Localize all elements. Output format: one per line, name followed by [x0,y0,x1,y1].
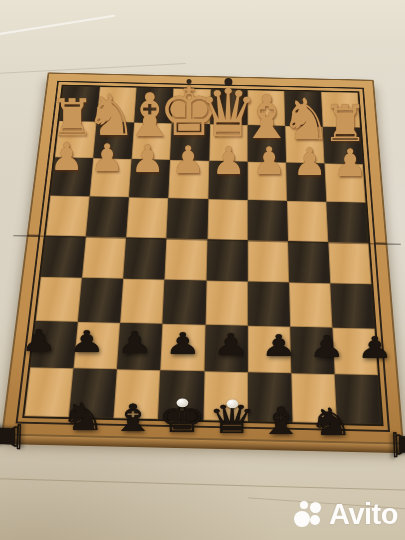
watermark-text: Avito [329,498,398,531]
black-pawn: ♟ [261,330,297,360]
white-pawn: ♟ [211,142,245,180]
white-pawn: ♟ [333,144,367,182]
pieces-layer: ♜♞♝♚♛♝♞♜♟♟♟♟♟♟♟♟♟♟♟♟♟♟♟♟♜♞♝♚♛♝♞♜ [0,0,405,540]
finial-dark-ball [224,78,232,86]
avito-logo-icon [294,500,324,529]
photo-scene: ♜♞♝♚♛♝♞♜♟♟♟♟♟♟♟♟♟♟♟♟♟♟♟♟♜♞♝♚♛♝♞♜ Avito [0,0,405,540]
black-rook-fallen: ♜ [0,416,28,457]
black-pawn: ♟ [165,328,201,358]
white-pawn: ♟ [50,138,84,176]
black-pawn: ♟ [21,325,57,355]
black-rook-fallen: ♜ [386,423,405,464]
finial-white-ball [176,398,188,407]
black-knight: ♞ [308,403,354,441]
finial-white-ball [226,399,238,408]
black-pawn: ♟ [69,326,105,356]
white-pawn: ♟ [292,143,326,181]
finial-dark-dot [187,79,192,84]
black-pawn: ♟ [117,327,153,357]
black-pawn: ♟ [357,332,393,362]
white-pawn: ♟ [252,142,286,180]
black-bishop: ♝ [258,402,304,440]
black-pawn: ♟ [213,329,249,359]
black-queen: ♛ [207,398,256,438]
logo-circle [300,501,308,509]
black-knight: ♞ [61,398,107,436]
black-king: ♚ [158,397,207,437]
white-pawn: ♟ [131,140,165,178]
white-pawn: ♟ [171,141,205,179]
logo-circle [310,515,320,525]
black-bishop: ♝ [110,399,156,437]
white-pawn: ♟ [90,139,124,177]
logo-circle [294,511,310,527]
logo-circle [310,502,321,513]
watermark: Avito [294,498,398,531]
black-pawn: ♟ [309,331,345,361]
